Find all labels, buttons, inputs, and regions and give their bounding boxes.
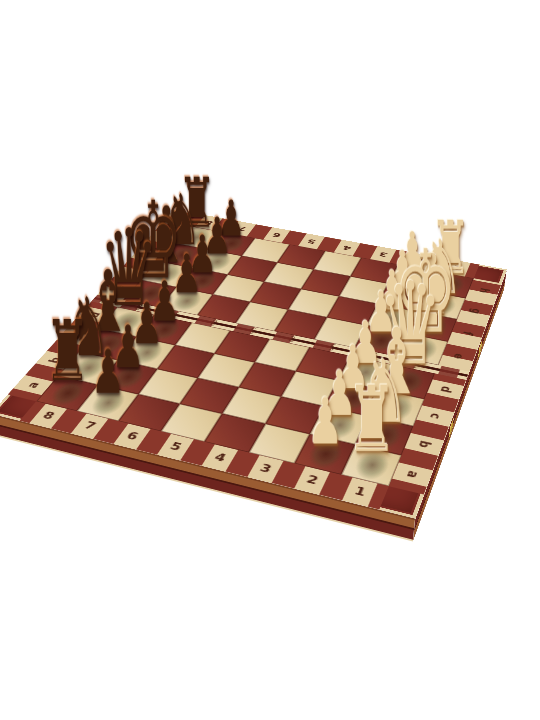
file-labels-near-b: b (410, 435, 438, 454)
hinge-label-4-right: 4 (287, 334, 300, 341)
file-labels-near-a: a (398, 464, 427, 484)
file-labels-near-d: d (433, 381, 459, 398)
chess-board: 1234567812345678abcdefghabcdefgh11223344… (0, 210, 507, 519)
rank-labels-right-5: 5 (300, 236, 322, 247)
rank-labels-left-6: 6 (117, 427, 147, 446)
file-labels-near-c: c (422, 407, 449, 425)
rank-labels-right-6: 6 (266, 229, 288, 240)
product-photo-scene: 1234567812345678abcdefghabcdefgh11223344… (0, 0, 540, 720)
file-labels-near-f: f (455, 326, 479, 341)
rank-labels-left-2: 2 (297, 470, 327, 491)
file-labels-near-e: e (446, 349, 471, 364)
file-labels-near-g: g (464, 304, 487, 318)
brass-clasp-1 (449, 417, 454, 439)
white-rook-glyph[interactable]: ♜ (339, 374, 404, 465)
rank-labels-right-4: 4 (336, 242, 358, 254)
rank-labels-left-3: 3 (251, 459, 281, 479)
file-labels-near-h: h (473, 284, 495, 297)
rank-labels-left-1: 1 (345, 481, 375, 502)
rank-labels-left-8: 8 (33, 407, 63, 425)
black-pawn-glyph[interactable]: ♟ (78, 342, 139, 403)
rank-labels-left-4: 4 (205, 448, 235, 468)
rank-labels-left-5: 5 (160, 437, 190, 456)
rank-labels-left-7: 7 (75, 417, 105, 435)
